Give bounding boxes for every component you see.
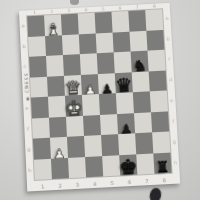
square-d5[interactable]: ♟: [98, 73, 116, 94]
square-e2[interactable]: [48, 96, 66, 117]
square-e1[interactable]: [31, 97, 49, 118]
square-f1[interactable]: [32, 117, 50, 138]
square-b5[interactable]: [96, 32, 114, 53]
square-c5[interactable]: [97, 52, 115, 73]
square-a8[interactable]: [145, 9, 163, 30]
square-f3[interactable]: [66, 115, 84, 136]
square-h1[interactable]: [34, 158, 52, 180]
square-b3[interactable]: [62, 34, 80, 55]
square-d7[interactable]: [132, 71, 150, 92]
square-e6[interactable]: [116, 92, 134, 113]
coordinate-label: f: [169, 111, 176, 132]
square-e7[interactable]: [133, 91, 151, 112]
square-c8[interactable]: [147, 50, 165, 71]
square-c6[interactable]: [114, 51, 132, 72]
coordinate-label: g: [171, 132, 178, 153]
square-f5[interactable]: [100, 114, 118, 135]
board-grid: ♝♞♛♟♟♛♚♟♟♚♜: [26, 8, 172, 181]
coordinate-label: 4: [86, 180, 104, 187]
square-d1[interactable]: [30, 76, 48, 97]
square-a6[interactable]: [111, 11, 129, 32]
square-a2[interactable]: ♝: [44, 15, 62, 36]
square-e8[interactable]: [150, 90, 168, 111]
square-f4[interactable]: [83, 114, 101, 135]
square-h3[interactable]: [68, 157, 86, 179]
chess-board: ♝♞♛♟♟♛♚♟♟♚♜ 12345678 12345678 abcdefgh a…: [19, 3, 180, 192]
square-a1[interactable]: [27, 15, 45, 36]
square-g5[interactable]: [101, 134, 119, 156]
table-surface: ♝♞♛♟♟♛♚♟♟♚♜ 12345678 12345678 abcdefgh a…: [0, 0, 200, 200]
square-a7[interactable]: [128, 10, 146, 31]
square-c4[interactable]: [80, 53, 98, 74]
square-g6[interactable]: [118, 133, 136, 155]
square-g2[interactable]: ♟: [50, 137, 68, 159]
coordinate-label: a: [163, 8, 170, 29]
coordinate-label: h: [172, 152, 179, 173]
square-c7[interactable]: ♞: [131, 51, 149, 72]
coordinate-label: 5: [103, 179, 121, 186]
square-f8[interactable]: [151, 111, 169, 132]
square-d2[interactable]: [47, 75, 65, 96]
square-b1[interactable]: [28, 36, 46, 57]
coordinate-label: 7: [138, 177, 156, 184]
square-d4[interactable]: ♟: [81, 74, 99, 95]
piece-black-rook[interactable]: ♜: [155, 160, 169, 176]
piece-black-king[interactable]: ♚: [119, 156, 138, 177]
square-h6[interactable]: ♚: [119, 154, 137, 176]
square-g4[interactable]: [84, 135, 102, 157]
square-c3[interactable]: [63, 54, 81, 75]
coordinate-label: 8: [155, 176, 173, 183]
square-d3[interactable]: ♛: [64, 74, 82, 95]
square-a3[interactable]: [61, 14, 79, 35]
square-g7[interactable]: [135, 132, 153, 154]
square-a4[interactable]: [78, 13, 96, 34]
coordinate-label: c: [166, 49, 173, 70]
coordinate-label: 2: [51, 182, 69, 189]
square-d6[interactable]: ♛: [115, 72, 133, 93]
square-e4[interactable]: [82, 94, 100, 115]
coordinate-label: 3: [69, 181, 87, 188]
offboard-object: [70, 0, 79, 5]
square-e3[interactable]: ♚: [65, 95, 83, 116]
square-g3[interactable]: [67, 136, 85, 158]
offboard-captured-piece: [149, 187, 163, 200]
coordinate-label: 1: [34, 183, 52, 190]
coordinate-label: d: [167, 69, 174, 90]
square-f2[interactable]: [49, 116, 67, 137]
square-a5[interactable]: [95, 12, 113, 33]
coordinate-label: b: [165, 28, 172, 49]
square-d8[interactable]: [149, 70, 167, 91]
square-c2[interactable]: [46, 55, 64, 76]
square-e5[interactable]: [99, 93, 117, 114]
square-f7[interactable]: [134, 112, 152, 133]
square-h5[interactable]: [102, 155, 120, 177]
square-g8[interactable]: [152, 131, 170, 153]
square-h8[interactable]: ♜: [153, 152, 171, 174]
square-b7[interactable]: [129, 30, 147, 51]
square-h7[interactable]: [136, 153, 154, 175]
square-h2[interactable]: [51, 157, 69, 179]
square-b8[interactable]: [146, 29, 164, 50]
coordinate-label: e: [168, 90, 175, 111]
square-g1[interactable]: [33, 138, 51, 160]
square-f6[interactable]: ♟: [117, 113, 135, 134]
square-b4[interactable]: [79, 33, 97, 54]
square-h4[interactable]: [85, 156, 103, 178]
square-b6[interactable]: [113, 31, 131, 52]
square-c1[interactable]: [29, 56, 47, 77]
square-b2[interactable]: [45, 35, 63, 56]
